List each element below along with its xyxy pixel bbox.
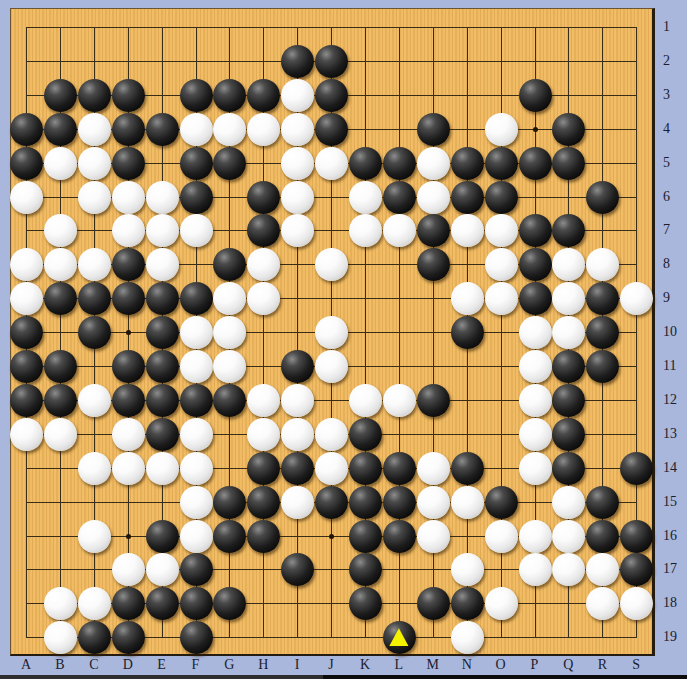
white-stone-F15[interactable] [180, 486, 213, 519]
black-stone-R10[interactable] [586, 316, 619, 349]
white-stone-S9[interactable] [620, 282, 653, 315]
black-stone-G5[interactable] [213, 147, 246, 180]
white-stone-E7[interactable] [146, 214, 179, 247]
black-stone-M18[interactable] [417, 587, 450, 620]
black-stone-C10[interactable] [78, 316, 111, 349]
black-stone-L19[interactable] [383, 621, 416, 654]
white-stone-C14[interactable] [78, 452, 111, 485]
white-stone-A13[interactable] [10, 418, 43, 451]
white-stone-O7[interactable] [485, 214, 518, 247]
white-stone-I4[interactable] [281, 113, 314, 146]
white-stone-N19[interactable] [451, 621, 484, 654]
column-label-H: H [258, 658, 268, 672]
white-stone-Q17[interactable] [552, 553, 585, 586]
black-stone-L14[interactable] [383, 452, 416, 485]
black-stone-H3[interactable] [247, 79, 280, 112]
black-stone-E9[interactable] [146, 282, 179, 315]
black-stone-O15[interactable] [485, 486, 518, 519]
white-stone-C5[interactable] [78, 147, 111, 180]
white-stone-P12[interactable] [519, 384, 552, 417]
row-label-5: 5 [663, 156, 670, 170]
white-stone-Q10[interactable] [552, 316, 585, 349]
black-stone-S16[interactable] [620, 520, 653, 553]
black-stone-E11[interactable] [146, 350, 179, 383]
black-stone-P7[interactable] [519, 214, 552, 247]
white-stone-F13[interactable] [180, 418, 213, 451]
white-stone-O18[interactable] [485, 587, 518, 620]
black-stone-N5[interactable] [451, 147, 484, 180]
white-stone-F14[interactable] [180, 452, 213, 485]
white-stone-N7[interactable] [451, 214, 484, 247]
white-stone-J11[interactable] [315, 350, 348, 383]
white-stone-K6[interactable] [349, 181, 382, 214]
white-stone-F11[interactable] [180, 350, 213, 383]
black-stone-J15[interactable] [315, 486, 348, 519]
white-stone-I5[interactable] [281, 147, 314, 180]
black-stone-D9[interactable] [112, 282, 145, 315]
column-label-J: J [328, 658, 333, 672]
black-stone-Q5[interactable] [552, 147, 585, 180]
black-stone-D19[interactable] [112, 621, 145, 654]
star-point-D16 [126, 534, 131, 539]
white-stone-S18[interactable] [620, 587, 653, 620]
black-stone-B11[interactable] [44, 350, 77, 383]
last-move-triangle-marker [388, 628, 410, 646]
white-stone-K12[interactable] [349, 384, 382, 417]
star-point-P4 [533, 127, 538, 132]
go-client-screen: ABCDEFGHIJKLMNOPQRS 12345678910111213141… [0, 0, 687, 679]
white-stone-Q16[interactable] [552, 520, 585, 553]
black-stone-M12[interactable] [417, 384, 450, 417]
white-stone-I7[interactable] [281, 214, 314, 247]
black-stone-K15[interactable] [349, 486, 382, 519]
white-stone-H9[interactable] [247, 282, 280, 315]
white-stone-D14[interactable] [112, 452, 145, 485]
black-stone-F18[interactable] [180, 587, 213, 620]
row-label-7: 7 [663, 223, 670, 237]
row-label-12: 12 [663, 393, 677, 407]
white-stone-J14[interactable] [315, 452, 348, 485]
white-stone-B18[interactable] [44, 587, 77, 620]
white-stone-M6[interactable] [417, 181, 450, 214]
white-stone-I15[interactable] [281, 486, 314, 519]
black-stone-Q11[interactable] [552, 350, 585, 383]
white-stone-A9[interactable] [10, 282, 43, 315]
column-label-R: R [598, 658, 607, 672]
black-stone-D8[interactable] [112, 248, 145, 281]
white-stone-L12[interactable] [383, 384, 416, 417]
row-label-15: 15 [663, 495, 677, 509]
column-label-E: E [157, 658, 166, 672]
white-stone-I12[interactable] [281, 384, 314, 417]
black-stone-D3[interactable] [112, 79, 145, 112]
column-label-F: F [192, 658, 200, 672]
white-stone-B7[interactable] [44, 214, 77, 247]
white-stone-A8[interactable] [10, 248, 43, 281]
black-stone-M8[interactable] [417, 248, 450, 281]
white-stone-H13[interactable] [247, 418, 280, 451]
black-stone-P3[interactable] [519, 79, 552, 112]
white-stone-C16[interactable] [78, 520, 111, 553]
white-stone-C8[interactable] [78, 248, 111, 281]
white-stone-A6[interactable] [10, 181, 43, 214]
white-stone-B13[interactable] [44, 418, 77, 451]
white-stone-E14[interactable] [146, 452, 179, 485]
black-stone-L6[interactable] [383, 181, 416, 214]
white-stone-Q9[interactable] [552, 282, 585, 315]
star-point-D10 [126, 330, 131, 335]
black-stone-Q12[interactable] [552, 384, 585, 417]
black-stone-D11[interactable] [112, 350, 145, 383]
white-stone-G4[interactable] [213, 113, 246, 146]
black-stone-R6[interactable] [586, 181, 619, 214]
white-stone-F10[interactable] [180, 316, 213, 349]
black-stone-H15[interactable] [247, 486, 280, 519]
white-stone-H4[interactable] [247, 113, 280, 146]
black-stone-E16[interactable] [146, 520, 179, 553]
black-stone-K13[interactable] [349, 418, 382, 451]
white-stone-F4[interactable] [180, 113, 213, 146]
white-stone-Q8[interactable] [552, 248, 585, 281]
white-stone-P11[interactable] [519, 350, 552, 383]
white-stone-J8[interactable] [315, 248, 348, 281]
white-stone-M14[interactable] [417, 452, 450, 485]
row-label-18: 18 [663, 596, 677, 610]
column-label-C: C [89, 658, 98, 672]
black-stone-N14[interactable] [451, 452, 484, 485]
black-stone-A10[interactable] [10, 316, 43, 349]
black-stone-Q14[interactable] [552, 452, 585, 485]
black-stone-G16[interactable] [213, 520, 246, 553]
black-stone-D5[interactable] [112, 147, 145, 180]
white-stone-H8[interactable] [247, 248, 280, 281]
white-stone-N17[interactable] [451, 553, 484, 586]
column-label-M: M [427, 658, 439, 672]
row-label-17: 17 [663, 562, 677, 576]
column-label-Q: Q [563, 658, 573, 672]
white-stone-G9[interactable] [213, 282, 246, 315]
black-stone-H7[interactable] [247, 214, 280, 247]
black-stone-A5[interactable] [10, 147, 43, 180]
black-stone-I11[interactable] [281, 350, 314, 383]
black-stone-L15[interactable] [383, 486, 416, 519]
row-label-10: 10 [663, 325, 677, 339]
row-label-16: 16 [663, 529, 677, 543]
black-stone-J2[interactable] [315, 45, 348, 78]
white-stone-L7[interactable] [383, 214, 416, 247]
black-stone-G8[interactable] [213, 248, 246, 281]
white-stone-M5[interactable] [417, 147, 450, 180]
black-stone-K5[interactable] [349, 147, 382, 180]
black-stone-J3[interactable] [315, 79, 348, 112]
black-stone-R9[interactable] [586, 282, 619, 315]
white-stone-J5[interactable] [315, 147, 348, 180]
black-stone-B12[interactable] [44, 384, 77, 417]
black-stone-C19[interactable] [78, 621, 111, 654]
white-stone-D13[interactable] [112, 418, 145, 451]
black-stone-D18[interactable] [112, 587, 145, 620]
white-stone-B19[interactable] [44, 621, 77, 654]
black-stone-A4[interactable] [10, 113, 43, 146]
black-stone-S14[interactable] [620, 452, 653, 485]
white-stone-B8[interactable] [44, 248, 77, 281]
black-stone-F3[interactable] [180, 79, 213, 112]
white-stone-P10[interactable] [519, 316, 552, 349]
black-stone-I17[interactable] [281, 553, 314, 586]
black-stone-B3[interactable] [44, 79, 77, 112]
black-stone-M4[interactable] [417, 113, 450, 146]
column-label-K: K [360, 658, 370, 672]
row-label-9: 9 [663, 291, 670, 305]
black-stone-S17[interactable] [620, 553, 653, 586]
black-stone-Q4[interactable] [552, 113, 585, 146]
star-point-J16 [329, 534, 334, 539]
black-stone-G12[interactable] [213, 384, 246, 417]
white-stone-J13[interactable] [315, 418, 348, 451]
white-stone-D7[interactable] [112, 214, 145, 247]
white-stone-N15[interactable] [451, 486, 484, 519]
black-stone-R16[interactable] [586, 520, 619, 553]
white-stone-N9[interactable] [451, 282, 484, 315]
white-stone-O4[interactable] [485, 113, 518, 146]
white-stone-D6[interactable] [112, 181, 145, 214]
black-stone-R15[interactable] [586, 486, 619, 519]
white-stone-B5[interactable] [44, 147, 77, 180]
white-stone-K7[interactable] [349, 214, 382, 247]
white-stone-P16[interactable] [519, 520, 552, 553]
black-stone-K17[interactable] [349, 553, 382, 586]
column-label-D: D [123, 658, 133, 672]
white-stone-Q15[interactable] [552, 486, 585, 519]
black-stone-E4[interactable] [146, 113, 179, 146]
white-stone-E6[interactable] [146, 181, 179, 214]
white-stone-H12[interactable] [247, 384, 280, 417]
white-stone-G11[interactable] [213, 350, 246, 383]
black-stone-D4[interactable] [112, 113, 145, 146]
row-label-4: 4 [663, 122, 670, 136]
black-stone-C3[interactable] [78, 79, 111, 112]
column-label-N: N [462, 658, 472, 672]
column-label-I: I [295, 658, 300, 672]
black-stone-F5[interactable] [180, 147, 213, 180]
black-stone-A12[interactable] [10, 384, 43, 417]
black-stone-K18[interactable] [349, 587, 382, 620]
white-stone-E8[interactable] [146, 248, 179, 281]
row-label-1: 1 [663, 20, 670, 34]
black-stone-P9[interactable] [519, 282, 552, 315]
black-stone-J4[interactable] [315, 113, 348, 146]
black-stone-F17[interactable] [180, 553, 213, 586]
black-stone-F19[interactable] [180, 621, 213, 654]
black-stone-L5[interactable] [383, 147, 416, 180]
black-stone-F6[interactable] [180, 181, 213, 214]
black-stone-Q13[interactable] [552, 418, 585, 451]
black-stone-I2[interactable] [281, 45, 314, 78]
white-stone-R18[interactable] [586, 587, 619, 620]
white-stone-F16[interactable] [180, 520, 213, 553]
black-stone-H6[interactable] [247, 181, 280, 214]
white-stone-M15[interactable] [417, 486, 450, 519]
row-label-6: 6 [663, 190, 670, 204]
black-stone-N6[interactable] [451, 181, 484, 214]
white-stone-I3[interactable] [281, 79, 314, 112]
black-stone-P8[interactable] [519, 248, 552, 281]
white-stone-G10[interactable] [213, 316, 246, 349]
column-label-A: A [21, 658, 31, 672]
white-stone-P13[interactable] [519, 418, 552, 451]
column-label-L: L [395, 658, 404, 672]
white-stone-M16[interactable] [417, 520, 450, 553]
white-stone-P14[interactable] [519, 452, 552, 485]
black-stone-A11[interactable] [10, 350, 43, 383]
black-stone-N18[interactable] [451, 587, 484, 620]
black-stone-O6[interactable] [485, 181, 518, 214]
black-stone-G15[interactable] [213, 486, 246, 519]
column-label-O: O [496, 658, 506, 672]
column-label-P: P [531, 658, 539, 672]
black-stone-C9[interactable] [78, 282, 111, 315]
window-bottom-edge [0, 675, 687, 679]
white-stone-C6[interactable] [78, 181, 111, 214]
black-stone-O5[interactable] [485, 147, 518, 180]
black-stone-F12[interactable] [180, 384, 213, 417]
black-stone-P5[interactable] [519, 147, 552, 180]
black-stone-H14[interactable] [247, 452, 280, 485]
white-stone-F7[interactable] [180, 214, 213, 247]
column-label-B: B [55, 658, 64, 672]
black-stone-B4[interactable] [44, 113, 77, 146]
white-stone-P17[interactable] [519, 553, 552, 586]
black-stone-Q7[interactable] [552, 214, 585, 247]
white-stone-D17[interactable] [112, 553, 145, 586]
black-stone-E12[interactable] [146, 384, 179, 417]
black-stone-N10[interactable] [451, 316, 484, 349]
row-label-14: 14 [663, 461, 677, 475]
white-stone-C12[interactable] [78, 384, 111, 417]
white-stone-O16[interactable] [485, 520, 518, 553]
white-stone-O8[interactable] [485, 248, 518, 281]
white-stone-I6[interactable] [281, 181, 314, 214]
white-stone-J10[interactable] [315, 316, 348, 349]
black-stone-E10[interactable] [146, 316, 179, 349]
black-stone-M7[interactable] [417, 214, 450, 247]
black-stone-K16[interactable] [349, 520, 382, 553]
white-stone-C4[interactable] [78, 113, 111, 146]
white-stone-O9[interactable] [485, 282, 518, 315]
column-label-G: G [224, 658, 234, 672]
row-label-13: 13 [663, 427, 677, 441]
white-stone-C18[interactable] [78, 587, 111, 620]
black-stone-E13[interactable] [146, 418, 179, 451]
row-label-8: 8 [663, 257, 670, 271]
black-stone-H16[interactable] [247, 520, 280, 553]
black-stone-L16[interactable] [383, 520, 416, 553]
row-label-3: 3 [663, 88, 670, 102]
black-stone-G18[interactable] [213, 587, 246, 620]
goban[interactable] [10, 8, 655, 656]
black-stone-K14[interactable] [349, 452, 382, 485]
row-label-11: 11 [663, 359, 676, 373]
black-stone-R11[interactable] [586, 350, 619, 383]
black-stone-I14[interactable] [281, 452, 314, 485]
column-label-S: S [632, 658, 640, 672]
black-stone-B9[interactable] [44, 282, 77, 315]
black-stone-D12[interactable] [112, 384, 145, 417]
white-stone-E17[interactable] [146, 553, 179, 586]
white-stone-R8[interactable] [586, 248, 619, 281]
white-stone-R17[interactable] [586, 553, 619, 586]
white-stone-I13[interactable] [281, 418, 314, 451]
row-label-19: 19 [663, 630, 677, 644]
black-stone-E18[interactable] [146, 587, 179, 620]
black-stone-F9[interactable] [180, 282, 213, 315]
black-stone-G3[interactable] [213, 79, 246, 112]
row-label-2: 2 [663, 54, 670, 68]
